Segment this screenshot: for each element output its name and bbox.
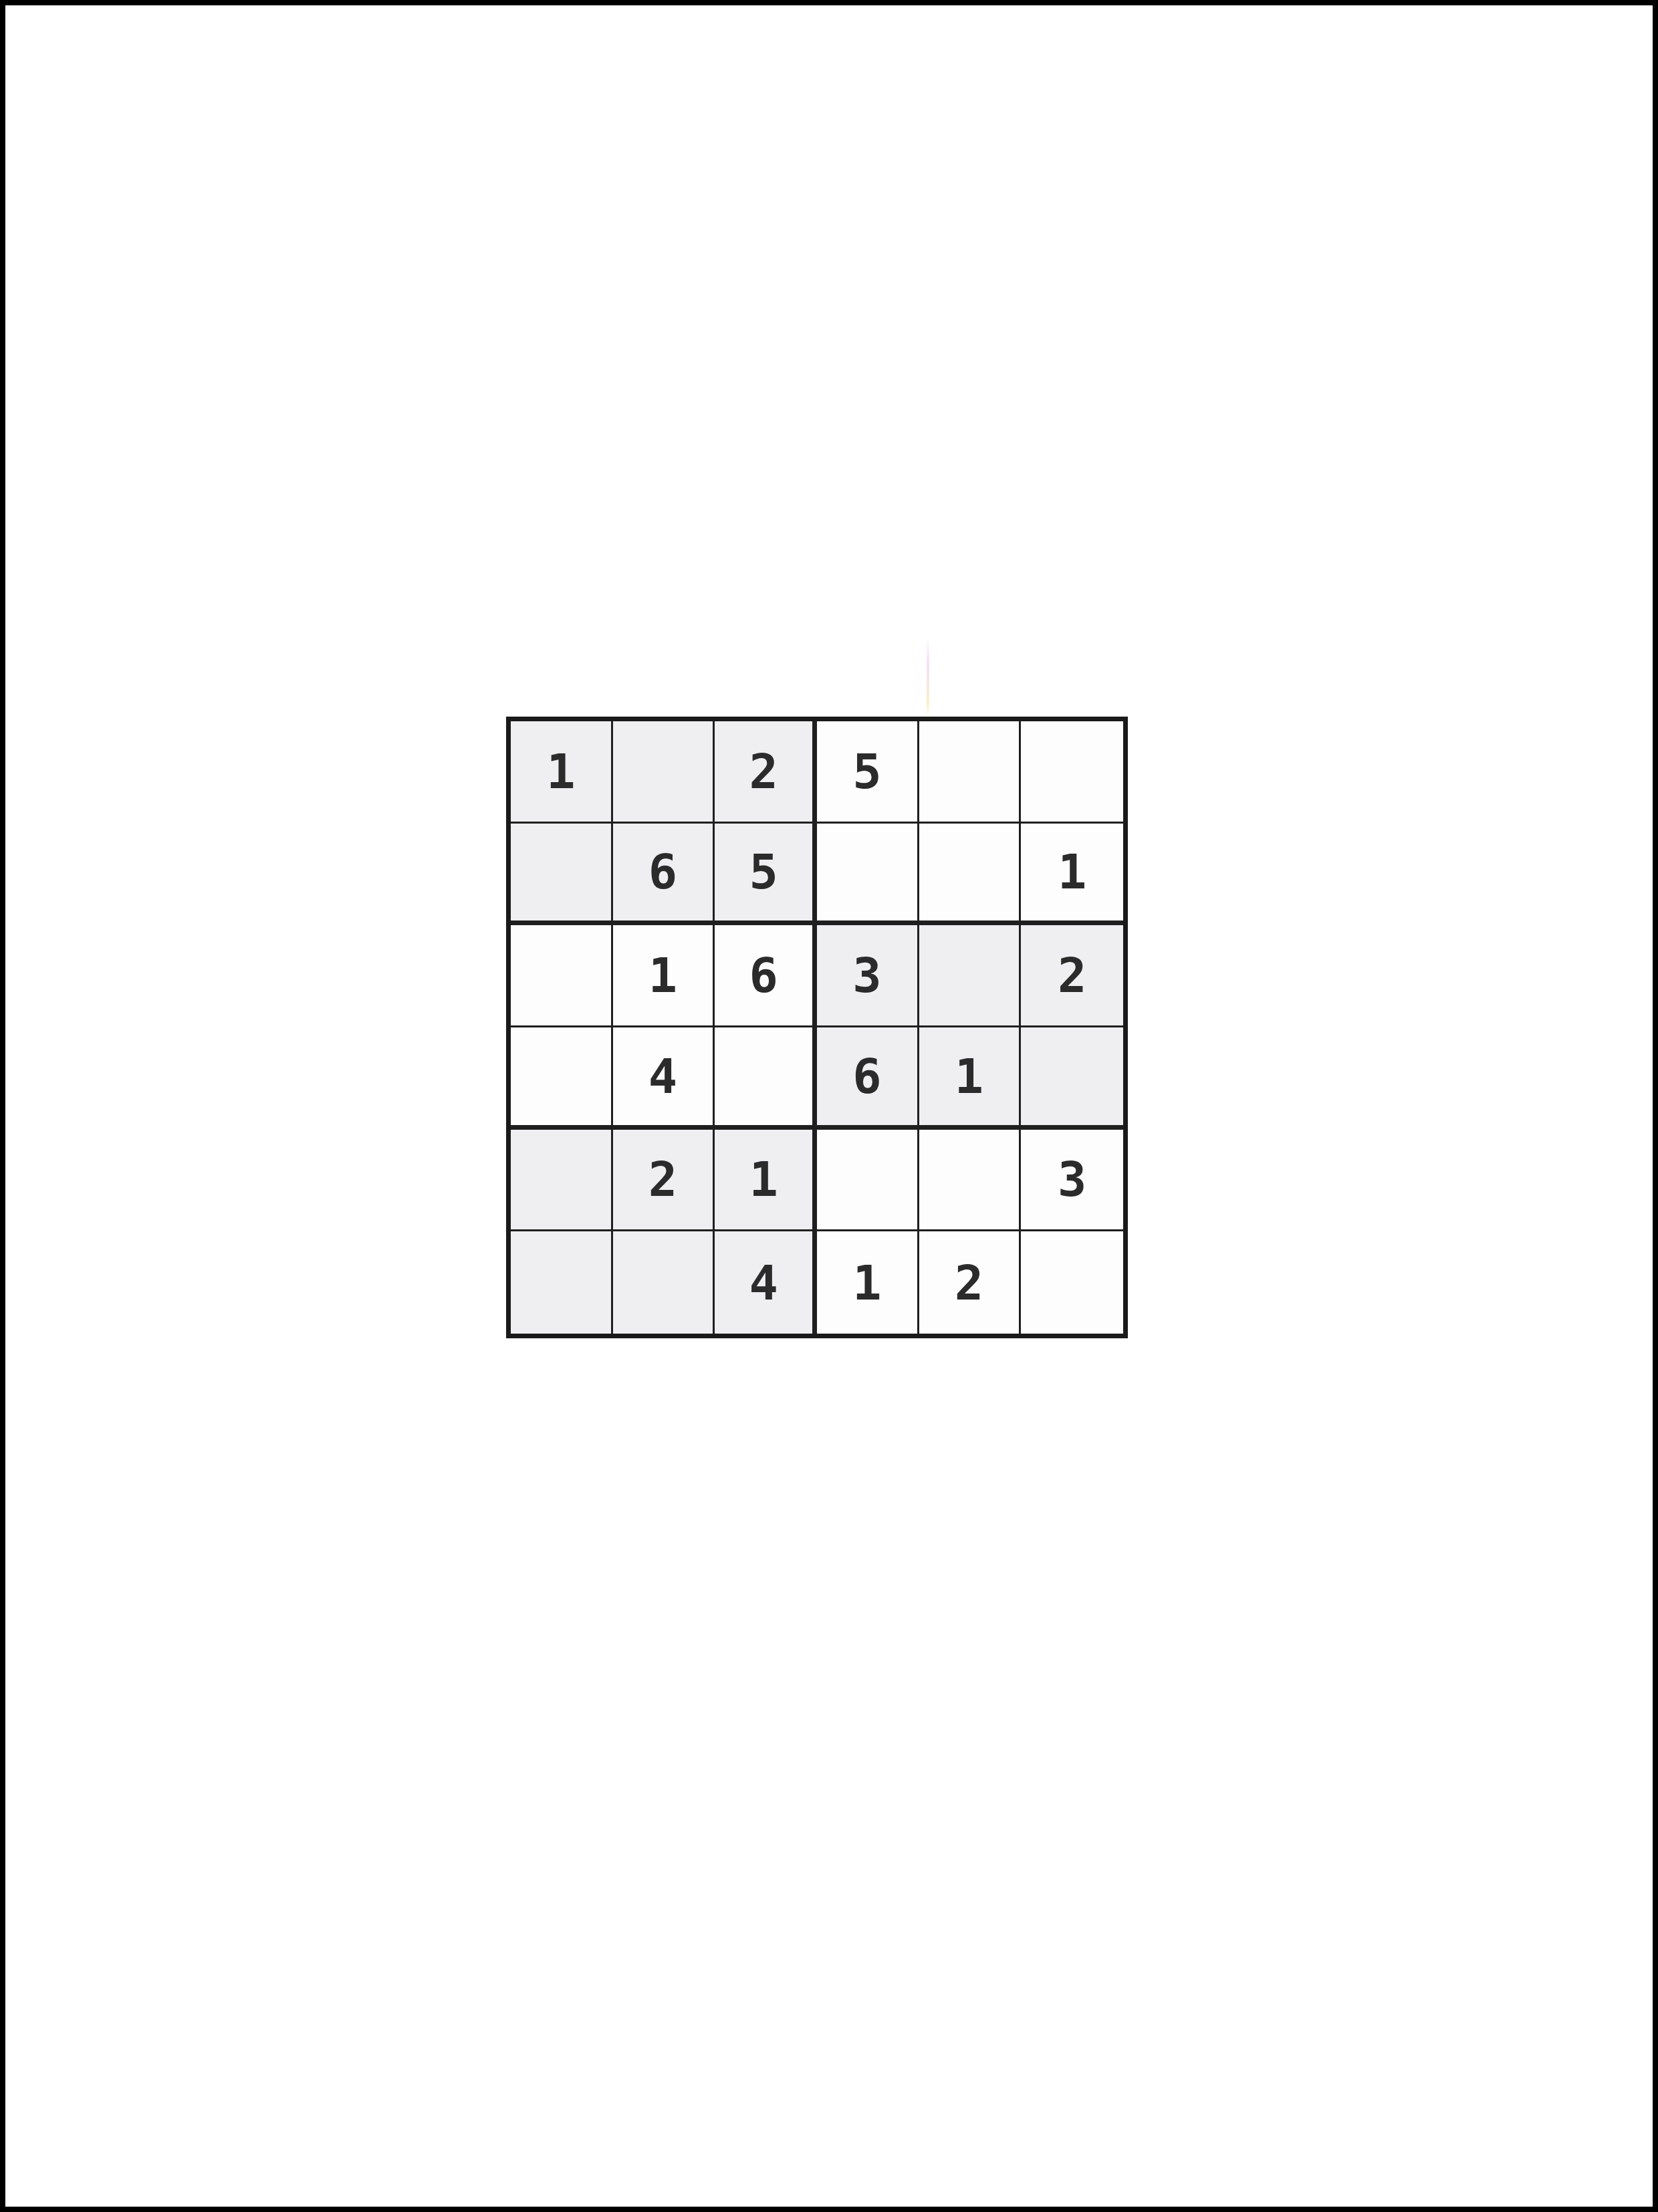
- cell-r1c4[interactable]: 5: [817, 721, 919, 824]
- cell-r5c1[interactable]: [511, 1130, 613, 1232]
- cell-r3c2[interactable]: 1: [613, 925, 715, 1027]
- cell-r5c4[interactable]: [817, 1130, 919, 1232]
- cell-r1c1[interactable]: 1: [511, 721, 613, 824]
- cell-r6c3[interactable]: 4: [715, 1231, 817, 1334]
- cell-r1c5[interactable]: [919, 721, 1022, 824]
- cell-r6c5[interactable]: 2: [919, 1231, 1022, 1334]
- cell-r4c2[interactable]: 4: [613, 1027, 715, 1130]
- cell-r4c5[interactable]: 1: [919, 1027, 1022, 1130]
- cell-r1c6[interactable]: [1021, 721, 1123, 824]
- cell-r6c2[interactable]: [613, 1231, 715, 1334]
- cell-r5c6[interactable]: 3: [1021, 1130, 1123, 1232]
- cell-r6c4[interactable]: 1: [817, 1231, 919, 1334]
- cell-r3c6[interactable]: 2: [1021, 925, 1123, 1027]
- cell-r2c4[interactable]: [817, 824, 919, 926]
- scan-artifact-line: [927, 638, 929, 717]
- cell-r2c3[interactable]: 5: [715, 824, 817, 926]
- cell-r2c6[interactable]: 1: [1021, 824, 1123, 926]
- cell-r4c6[interactable]: [1021, 1027, 1123, 1130]
- cell-r2c5[interactable]: [919, 824, 1022, 926]
- cell-r4c3[interactable]: [715, 1027, 817, 1130]
- cell-r6c1[interactable]: [511, 1231, 613, 1334]
- cell-r5c2[interactable]: 2: [613, 1130, 715, 1232]
- sudoku-board: 1256511632461213412: [506, 717, 1128, 1338]
- cell-r1c2[interactable]: [613, 721, 715, 824]
- cell-r2c2[interactable]: 6: [613, 824, 715, 926]
- cell-r5c3[interactable]: 1: [715, 1130, 817, 1232]
- cell-r4c1[interactable]: [511, 1027, 613, 1130]
- cell-r1c3[interactable]: 2: [715, 721, 817, 824]
- cell-r3c3[interactable]: 6: [715, 925, 817, 1027]
- cell-r3c1[interactable]: [511, 925, 613, 1027]
- printable-sudoku-page: 1256511632461213412: [0, 0, 1658, 2212]
- cell-r5c5[interactable]: [919, 1130, 1022, 1232]
- cell-r2c1[interactable]: [511, 824, 613, 926]
- cell-r4c4[interactable]: 6: [817, 1027, 919, 1130]
- cell-r3c4[interactable]: 3: [817, 925, 919, 1027]
- cell-r3c5[interactable]: [919, 925, 1022, 1027]
- cell-r6c6[interactable]: [1021, 1231, 1123, 1334]
